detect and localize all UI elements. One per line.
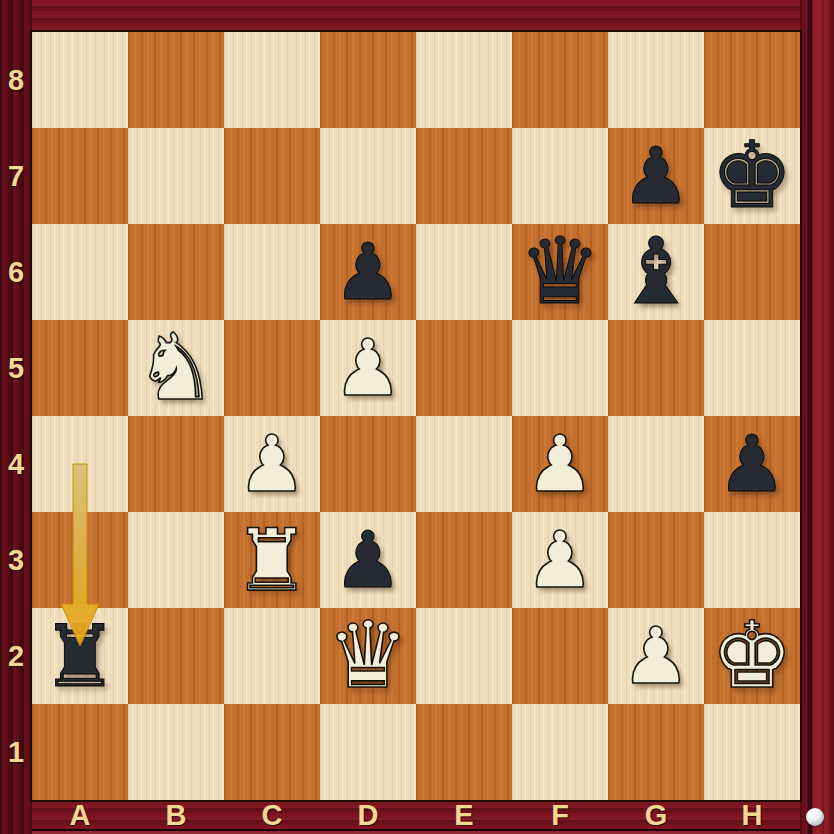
square-a7[interactable] xyxy=(32,128,128,224)
square-d2[interactable]: ♛ xyxy=(320,608,416,704)
square-b8[interactable] xyxy=(128,32,224,128)
pearl-decoration xyxy=(806,808,824,826)
square-a6[interactable] xyxy=(32,224,128,320)
square-a4[interactable] xyxy=(32,416,128,512)
square-b4[interactable] xyxy=(128,416,224,512)
square-g4[interactable] xyxy=(608,416,704,512)
square-b5[interactable]: ♞ xyxy=(128,320,224,416)
file-label-f: F xyxy=(512,800,608,830)
square-f6[interactable]: ♛ xyxy=(512,224,608,320)
piece-white-queen-d2[interactable]: ♛ xyxy=(327,610,409,702)
piece-black-bishop-g6[interactable]: ♝ xyxy=(615,226,697,318)
piece-black-pawn-g7[interactable]: ♟ xyxy=(621,137,691,215)
square-g2[interactable]: ♟ xyxy=(608,608,704,704)
file-label-d: D xyxy=(320,800,416,830)
square-a3[interactable] xyxy=(32,512,128,608)
square-g8[interactable] xyxy=(608,32,704,128)
square-b3[interactable] xyxy=(128,512,224,608)
square-g5[interactable] xyxy=(608,320,704,416)
piece-white-knight-b5[interactable]: ♞ xyxy=(135,322,217,414)
rank-label-6: 6 xyxy=(0,224,32,320)
square-g3[interactable] xyxy=(608,512,704,608)
rank-label-7: 7 xyxy=(0,128,32,224)
file-label-b: B xyxy=(128,800,224,830)
square-f7[interactable] xyxy=(512,128,608,224)
file-label-e: E xyxy=(416,800,512,830)
square-g6[interactable]: ♝ xyxy=(608,224,704,320)
piece-white-pawn-c4[interactable]: ♟ xyxy=(237,425,307,503)
square-f8[interactable] xyxy=(512,32,608,128)
square-d6[interactable]: ♟ xyxy=(320,224,416,320)
square-e6[interactable] xyxy=(416,224,512,320)
square-h6[interactable] xyxy=(704,224,800,320)
chess-board-app: ♟♚♟♛♝♞♟♟♟♟♜♟♟♜♛♟♚ 87654321ABCDEFGH xyxy=(0,0,834,834)
file-label-c: C xyxy=(224,800,320,830)
square-d3[interactable]: ♟ xyxy=(320,512,416,608)
square-f3[interactable]: ♟ xyxy=(512,512,608,608)
board-frame-right xyxy=(800,0,834,834)
rank-label-4: 4 xyxy=(0,416,32,512)
square-c1[interactable] xyxy=(224,704,320,800)
square-h7[interactable]: ♚ xyxy=(704,128,800,224)
file-label-h: H xyxy=(704,800,800,830)
square-c7[interactable] xyxy=(224,128,320,224)
piece-white-pawn-d5[interactable]: ♟ xyxy=(333,329,403,407)
square-c3[interactable]: ♜ xyxy=(224,512,320,608)
square-g7[interactable]: ♟ xyxy=(608,128,704,224)
file-label-g: G xyxy=(608,800,704,830)
square-c4[interactable]: ♟ xyxy=(224,416,320,512)
square-e3[interactable] xyxy=(416,512,512,608)
square-d1[interactable] xyxy=(320,704,416,800)
square-e2[interactable] xyxy=(416,608,512,704)
square-h2[interactable]: ♚ xyxy=(704,608,800,704)
piece-black-queen-f6[interactable]: ♛ xyxy=(519,226,601,318)
square-d4[interactable] xyxy=(320,416,416,512)
square-h4[interactable]: ♟ xyxy=(704,416,800,512)
square-b2[interactable] xyxy=(128,608,224,704)
square-f5[interactable] xyxy=(512,320,608,416)
piece-black-king-h7[interactable]: ♚ xyxy=(711,130,793,222)
board-frame-top xyxy=(0,0,834,32)
square-c2[interactable] xyxy=(224,608,320,704)
square-g1[interactable] xyxy=(608,704,704,800)
piece-black-pawn-d6[interactable]: ♟ xyxy=(333,233,403,311)
square-f2[interactable] xyxy=(512,608,608,704)
square-c6[interactable] xyxy=(224,224,320,320)
piece-black-rook-a2[interactable]: ♜ xyxy=(41,613,118,699)
square-c5[interactable] xyxy=(224,320,320,416)
rank-label-5: 5 xyxy=(0,320,32,416)
square-e5[interactable] xyxy=(416,320,512,416)
square-h3[interactable] xyxy=(704,512,800,608)
piece-black-pawn-h4[interactable]: ♟ xyxy=(717,425,787,503)
square-f1[interactable] xyxy=(512,704,608,800)
square-d7[interactable] xyxy=(320,128,416,224)
rank-label-8: 8 xyxy=(0,32,32,128)
square-c8[interactable] xyxy=(224,32,320,128)
piece-white-rook-c3[interactable]: ♜ xyxy=(233,517,310,603)
square-b1[interactable] xyxy=(128,704,224,800)
square-h8[interactable] xyxy=(704,32,800,128)
square-d5[interactable]: ♟ xyxy=(320,320,416,416)
chess-board: ♟♚♟♛♝♞♟♟♟♟♜♟♟♜♛♟♚ xyxy=(32,32,800,800)
square-a1[interactable] xyxy=(32,704,128,800)
rank-label-3: 3 xyxy=(0,512,32,608)
piece-white-king-h2[interactable]: ♚ xyxy=(711,610,793,702)
square-b6[interactable] xyxy=(128,224,224,320)
piece-white-pawn-g2[interactable]: ♟ xyxy=(621,617,691,695)
square-d8[interactable] xyxy=(320,32,416,128)
square-h1[interactable] xyxy=(704,704,800,800)
file-label-a: A xyxy=(32,800,128,830)
piece-black-pawn-d3[interactable]: ♟ xyxy=(333,521,403,599)
square-a5[interactable] xyxy=(32,320,128,416)
square-e4[interactable] xyxy=(416,416,512,512)
piece-white-pawn-f4[interactable]: ♟ xyxy=(525,425,595,503)
square-e7[interactable] xyxy=(416,128,512,224)
rank-label-1: 1 xyxy=(0,704,32,800)
rank-label-2: 2 xyxy=(0,608,32,704)
square-a2[interactable]: ♜ xyxy=(32,608,128,704)
piece-white-pawn-f3[interactable]: ♟ xyxy=(525,521,595,599)
square-f4[interactable]: ♟ xyxy=(512,416,608,512)
square-e1[interactable] xyxy=(416,704,512,800)
square-b7[interactable] xyxy=(128,128,224,224)
square-h5[interactable] xyxy=(704,320,800,416)
square-a8[interactable] xyxy=(32,32,128,128)
square-e8[interactable] xyxy=(416,32,512,128)
